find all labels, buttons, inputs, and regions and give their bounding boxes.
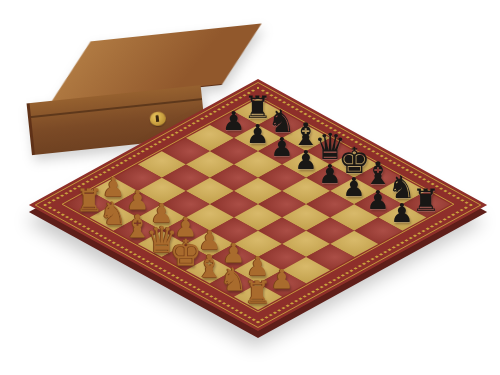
- chess-board-grid: ♜♞♝♛♚♝♞♜♟♟♟♟♟♟♟♟♟♟♟♟♟♟♟♟♜♞♝♛♚♝♞♜: [66, 98, 451, 310]
- piece-black-pawn[interactable]: ♟: [246, 121, 269, 147]
- board-ornament-border: ♜♞♝♛♚♝♞♜♟♟♟♟♟♟♟♟♟♟♟♟♟♟♟♟♜♞♝♛♚♝♞♜: [29, 79, 487, 331]
- piece-black-pawn[interactable]: ♟: [294, 148, 317, 174]
- chessboard: ♜♞♝♛♚♝♞♜♟♟♟♟♟♟♟♟♟♟♟♟♟♟♟♟♜♞♝♛♚♝♞♜: [96, 43, 420, 367]
- piece-black-rook[interactable]: ♜: [412, 185, 440, 216]
- piece-black-pawn[interactable]: ♟: [391, 200, 414, 226]
- chess-set-photo-scene: ♜♞♝♛♚♝♞♜♟♟♟♟♟♟♟♟♟♟♟♟♟♟♟♟♜♞♝♛♚♝♞♜: [0, 0, 500, 375]
- piece-black-pawn[interactable]: ♟: [367, 187, 390, 213]
- piece-black-pawn[interactable]: ♟: [222, 108, 245, 134]
- piece-white-pawn[interactable]: ♟: [270, 267, 293, 293]
- piece-black-pawn[interactable]: ♟: [343, 174, 366, 200]
- piece-black-pawn[interactable]: ♟: [270, 134, 293, 160]
- piece-white-rook[interactable]: ♜: [244, 277, 272, 308]
- piece-black-pawn[interactable]: ♟: [318, 161, 341, 187]
